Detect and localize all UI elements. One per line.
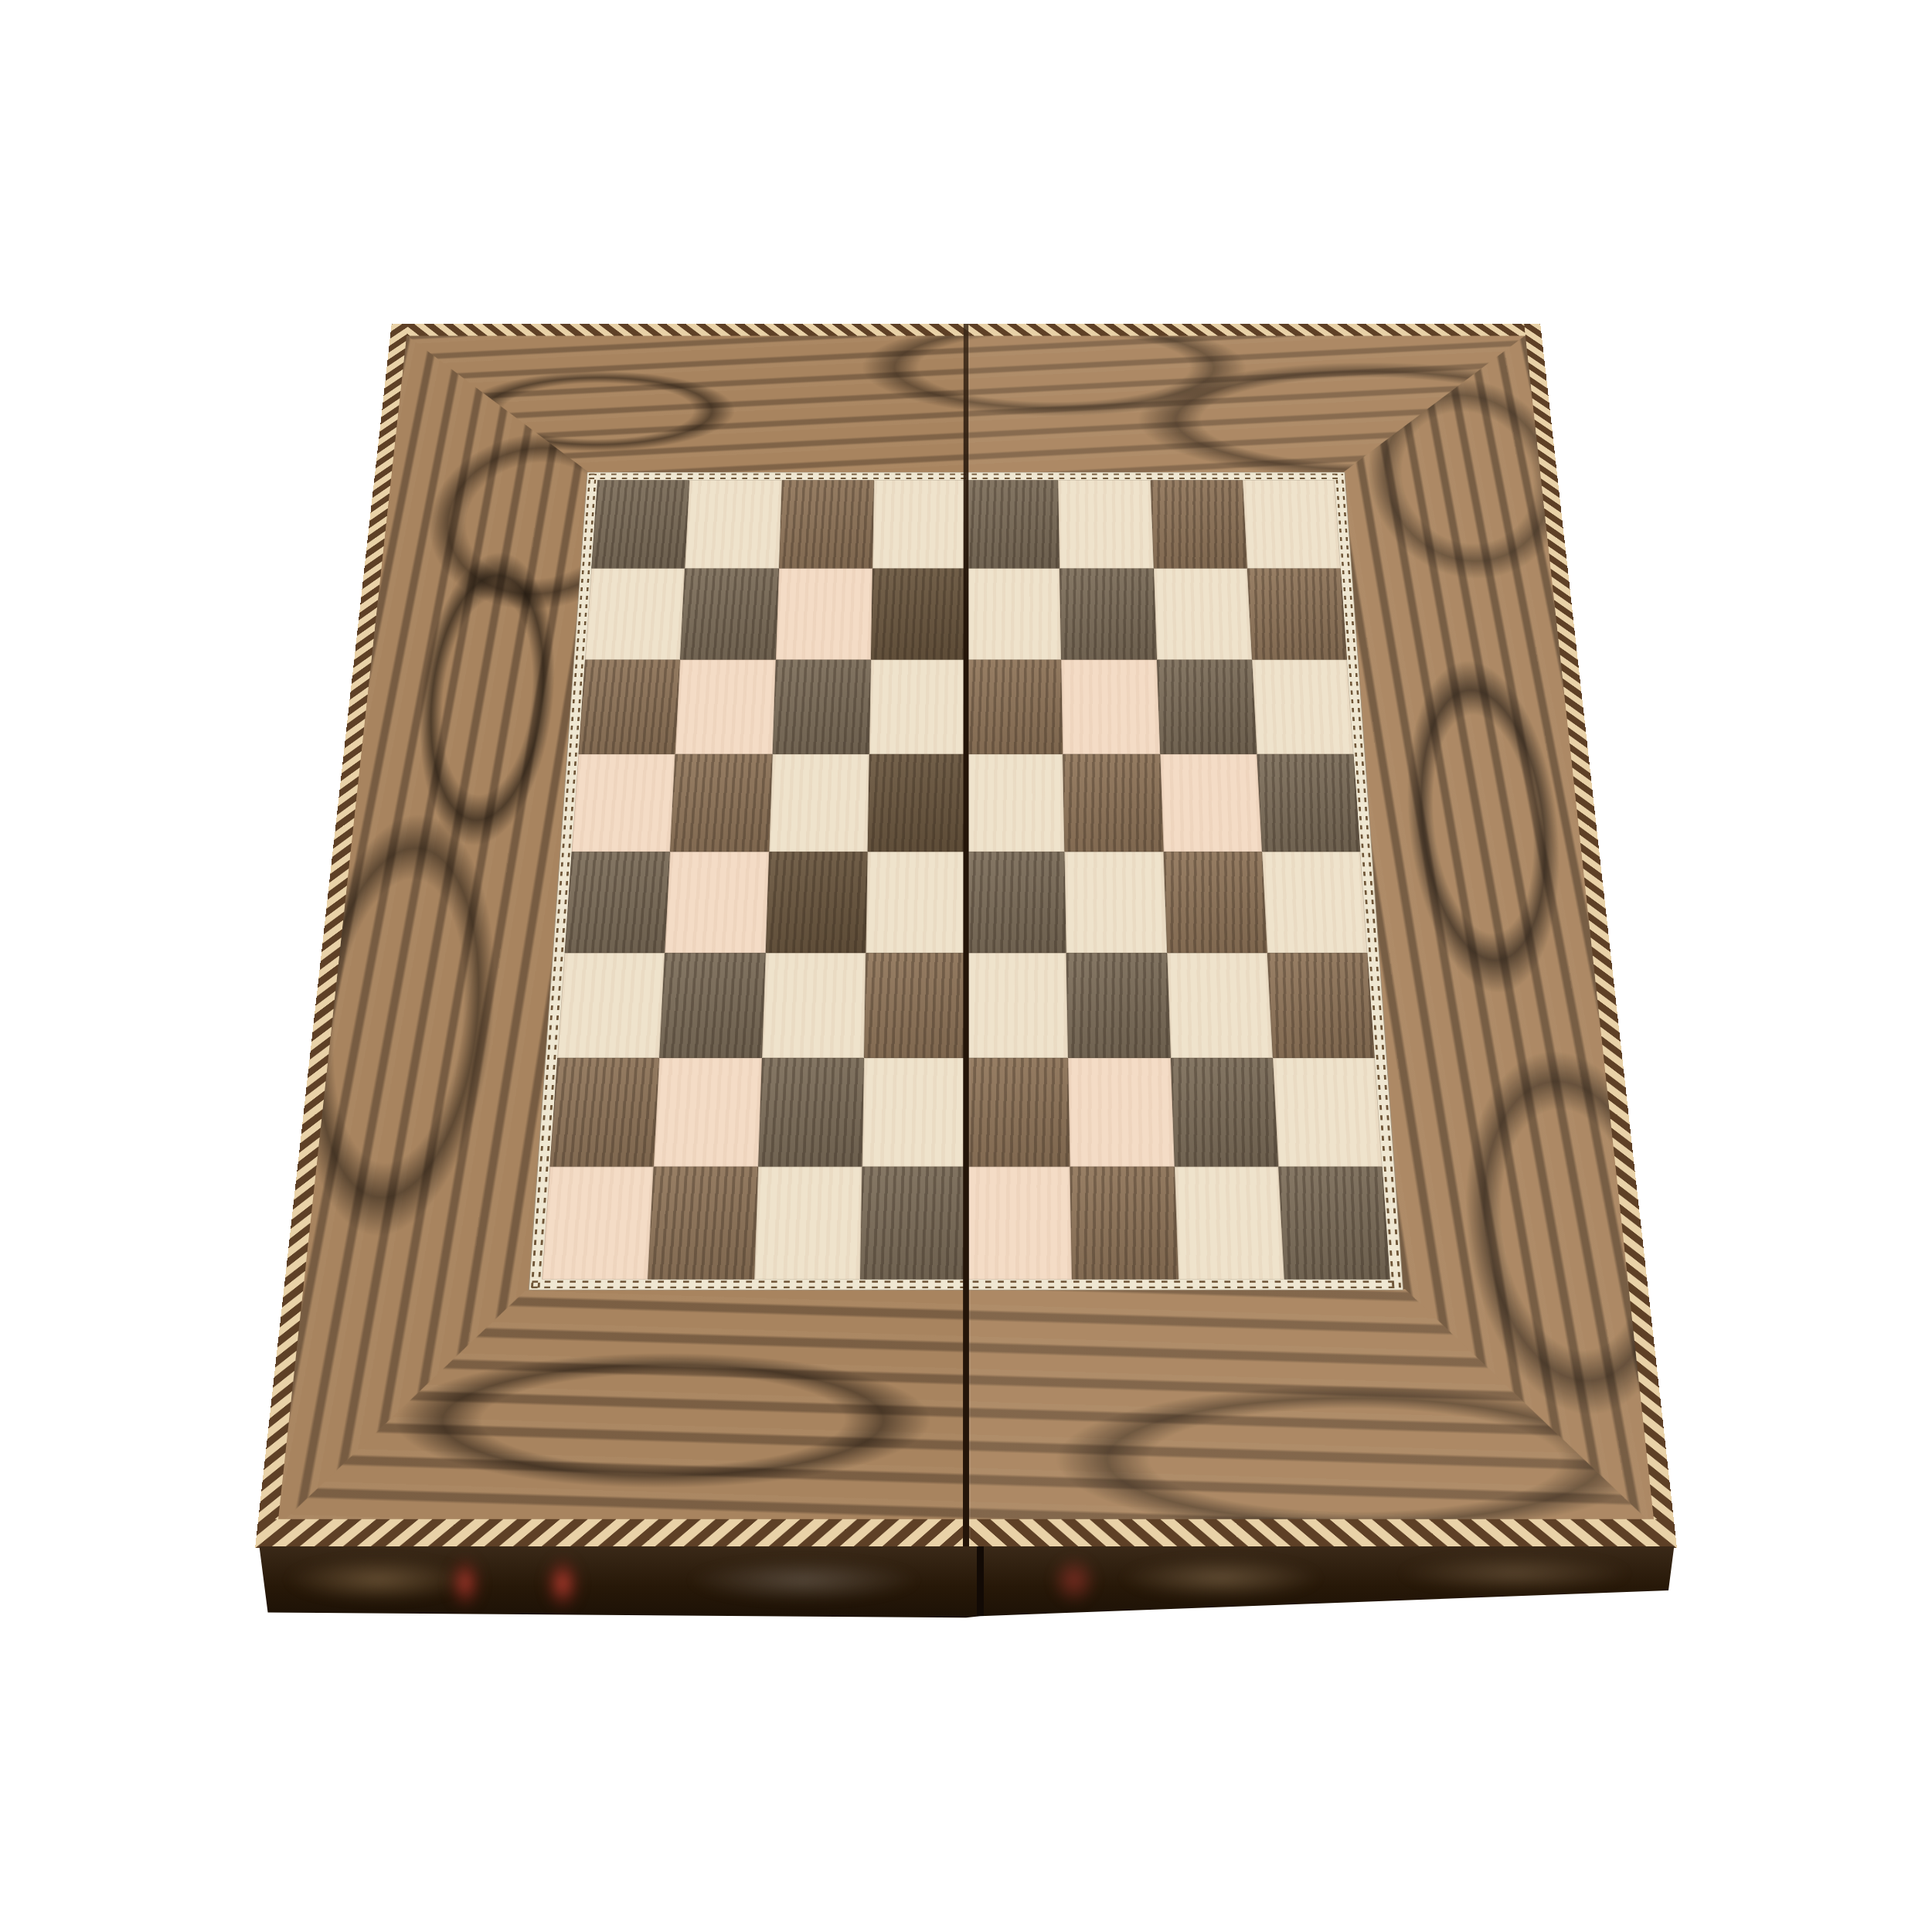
square-b5[interactable] bbox=[670, 754, 772, 852]
box-side-face bbox=[255, 1546, 1677, 1620]
striped-inlay-trim-bottom-left bbox=[255, 1519, 966, 1548]
square-g4[interactable] bbox=[1163, 852, 1267, 953]
square-f3[interactable] bbox=[1066, 953, 1171, 1058]
square-g6[interactable] bbox=[1157, 660, 1257, 754]
square-f7[interactable] bbox=[1060, 569, 1156, 660]
square-a6[interactable] bbox=[578, 660, 680, 754]
square-f5[interactable] bbox=[1063, 754, 1163, 852]
square-e1[interactable] bbox=[966, 1167, 1072, 1280]
square-h5[interactable] bbox=[1257, 754, 1360, 852]
fold-seam bbox=[963, 324, 969, 1548]
square-b7[interactable] bbox=[680, 569, 778, 660]
side-reflection-red-3 bbox=[1051, 1556, 1097, 1605]
square-c1[interactable] bbox=[754, 1167, 862, 1280]
square-g7[interactable] bbox=[1153, 569, 1251, 660]
side-reflection-tan-center bbox=[1121, 1557, 1321, 1599]
square-e5[interactable] bbox=[966, 754, 1065, 852]
square-d6[interactable] bbox=[869, 660, 966, 754]
square-d4[interactable] bbox=[866, 852, 966, 953]
square-b2[interactable] bbox=[654, 1058, 762, 1167]
square-a1[interactable] bbox=[542, 1167, 654, 1280]
square-g8[interactable] bbox=[1150, 480, 1247, 568]
square-b6[interactable] bbox=[675, 660, 776, 754]
side-reflection-tan-right bbox=[1399, 1554, 1631, 1593]
square-c4[interactable] bbox=[765, 852, 867, 953]
square-a5[interactable] bbox=[572, 754, 675, 852]
square-e4[interactable] bbox=[966, 852, 1066, 953]
square-h3[interactable] bbox=[1267, 953, 1375, 1058]
square-h8[interactable] bbox=[1243, 480, 1341, 568]
square-h6[interactable] bbox=[1252, 660, 1354, 754]
square-e3[interactable] bbox=[966, 953, 1068, 1058]
square-a7[interactable] bbox=[585, 569, 685, 660]
square-c7[interactable] bbox=[775, 569, 872, 660]
side-reflection-tan-left bbox=[286, 1557, 471, 1602]
square-a4[interactable] bbox=[565, 852, 671, 953]
square-f1[interactable] bbox=[1070, 1167, 1179, 1280]
folding-chess-board-top bbox=[255, 324, 1677, 1548]
square-d3[interactable] bbox=[864, 953, 966, 1058]
square-f6[interactable] bbox=[1061, 660, 1160, 754]
square-d2[interactable] bbox=[862, 1058, 966, 1167]
square-a3[interactable] bbox=[557, 953, 665, 1058]
square-g1[interactable] bbox=[1174, 1167, 1284, 1280]
square-a8[interactable] bbox=[591, 480, 689, 568]
square-f8[interactable] bbox=[1058, 480, 1153, 568]
chess-board-photo bbox=[0, 0, 1932, 1932]
fold-seam-side bbox=[977, 1546, 984, 1620]
square-f4[interactable] bbox=[1065, 852, 1167, 953]
side-reflection-red-2 bbox=[543, 1554, 583, 1613]
square-g2[interactable] bbox=[1170, 1058, 1278, 1167]
square-e2[interactable] bbox=[966, 1058, 1070, 1167]
square-h7[interactable] bbox=[1247, 569, 1347, 660]
square-c2[interactable] bbox=[758, 1058, 864, 1167]
square-g5[interactable] bbox=[1160, 754, 1262, 852]
square-b3[interactable] bbox=[659, 953, 765, 1058]
square-b4[interactable] bbox=[665, 852, 768, 953]
square-e7[interactable] bbox=[966, 569, 1061, 660]
square-f2[interactable] bbox=[1068, 1058, 1174, 1167]
side-reflection-red-1 bbox=[447, 1554, 484, 1611]
square-g3[interactable] bbox=[1167, 953, 1273, 1058]
square-c6[interactable] bbox=[772, 660, 871, 754]
square-c3[interactable] bbox=[762, 953, 866, 1058]
square-d5[interactable] bbox=[867, 754, 966, 852]
square-c5[interactable] bbox=[769, 754, 869, 852]
square-b1[interactable] bbox=[648, 1167, 757, 1280]
square-h1[interactable] bbox=[1278, 1167, 1390, 1280]
side-reflection-gray bbox=[688, 1559, 920, 1602]
square-h2[interactable] bbox=[1273, 1058, 1383, 1167]
square-d8[interactable] bbox=[872, 480, 966, 568]
square-d7[interactable] bbox=[871, 569, 966, 660]
square-e6[interactable] bbox=[966, 660, 1063, 754]
square-d1[interactable] bbox=[860, 1167, 966, 1280]
square-e8[interactable] bbox=[966, 480, 1060, 568]
square-b8[interactable] bbox=[685, 480, 781, 568]
square-h4[interactable] bbox=[1262, 852, 1368, 953]
square-c8[interactable] bbox=[779, 480, 874, 568]
square-a2[interactable] bbox=[549, 1058, 659, 1167]
striped-inlay-trim-bottom-right bbox=[966, 1519, 1677, 1548]
photo-background bbox=[0, 0, 1932, 1932]
